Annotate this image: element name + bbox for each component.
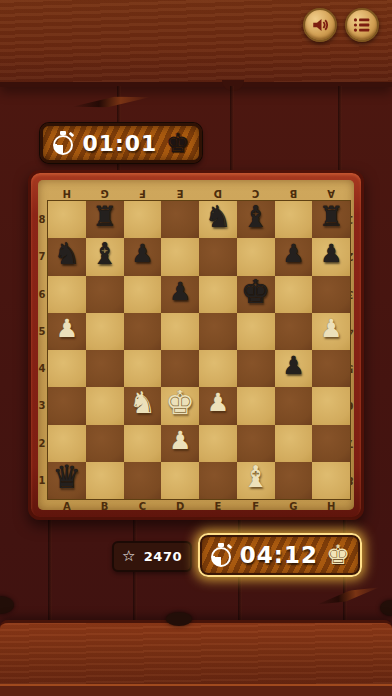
square-d3[interactable]: ♚ [161,387,199,424]
square-b4[interactable] [86,350,124,387]
black-clock-time: 01:01 [82,131,157,156]
piece-black-pawn-g4[interactable]: ♟ [282,353,304,378]
square-f5[interactable] [237,313,275,350]
square-a7[interactable]: ♞ [48,238,86,275]
board-squares: ♜♞♝♜♞♝♟♟♟♟♚♟♟♟♞♚♟♟♛♝ [48,201,350,499]
wood-knot [380,600,392,616]
square-f7[interactable] [237,238,275,275]
square-e4[interactable] [199,350,237,387]
file-label-c: C [237,185,275,199]
piece-white-bishop-f1[interactable]: ♝ [242,462,269,492]
piece-black-knight-e8[interactable]: ♞ [204,202,231,232]
square-d2[interactable]: ♟ [161,425,199,462]
piece-white-pawn-a5[interactable]: ♟ [56,316,78,341]
piece-black-rook-b8[interactable]: ♜ [92,203,117,231]
file-label-c: C [124,501,162,515]
white-clock-panel: 04:12 ♚ [198,533,362,577]
stopwatch-icon [52,131,74,155]
rank-label-6: 6 [37,289,47,300]
white-king-icon: ♚ [326,541,350,568]
rank-label-1: 1 [37,475,47,486]
square-e8[interactable]: ♞ [199,201,237,238]
piece-black-knight-a7[interactable]: ♞ [53,239,80,269]
square-c5[interactable] [124,313,162,350]
sound-button[interactable] [303,8,337,42]
square-c8[interactable] [124,201,162,238]
square-h2[interactable] [312,425,350,462]
square-g4[interactable]: ♟ [275,350,313,387]
rank-label-7: 7 [37,251,47,262]
piece-white-pawn-e3[interactable]: ♟ [207,390,229,415]
rank-label-2: 2 [37,438,47,449]
rank-label-3: 3 [37,400,47,411]
chess-board-frame: ABCDEFGH ABCDEFGH 87654321 87654321 ♜♞♝♜… [28,170,364,520]
rank-label-4: 4 [37,363,47,374]
square-a4[interactable] [48,350,86,387]
wood-scratch [315,580,381,611]
piece-black-bishop-b7[interactable]: ♝ [91,239,118,269]
square-h1[interactable] [312,462,350,499]
square-d6[interactable]: ♟ [161,276,199,313]
speaker-icon [311,16,329,34]
bottom-wood-plank [0,620,392,687]
square-c2[interactable] [124,425,162,462]
square-b7[interactable]: ♝ [86,238,124,275]
square-a6[interactable] [48,276,86,313]
square-f8[interactable]: ♝ [237,201,275,238]
square-d8[interactable] [161,201,199,238]
square-b6[interactable] [86,276,124,313]
square-f2[interactable] [237,425,275,462]
square-c3[interactable]: ♞ [124,387,162,424]
square-e2[interactable] [199,425,237,462]
file-label-f: F [237,501,275,515]
app-root: 01:01 ♚ ABCDEFGH ABCDEFGH 87654321 87654… [0,0,392,696]
top-wood-plank [0,0,392,87]
square-h7[interactable]: ♟ [312,238,350,275]
square-g2[interactable] [275,425,313,462]
square-g8[interactable] [275,201,313,238]
square-a8[interactable] [48,201,86,238]
square-g7[interactable]: ♟ [275,238,313,275]
square-h8[interactable]: ♜ [312,201,350,238]
piece-black-rook-h8[interactable]: ♜ [319,203,344,231]
square-b1[interactable] [86,462,124,499]
piece-black-pawn-h7[interactable]: ♟ [320,241,342,266]
wood-seam [48,520,52,624]
square-f3[interactable] [237,387,275,424]
file-label-h: H [312,501,350,515]
file-labels-bottom: ABCDEFGH [48,501,350,515]
file-labels-top: ABCDEFGH [48,185,350,199]
piece-black-bishop-f8[interactable]: ♝ [242,202,269,232]
wood-seam [230,86,234,172]
square-g5[interactable] [275,313,313,350]
square-e6[interactable] [199,276,237,313]
board-border: ABCDEFGH ABCDEFGH 87654321 87654321 ♜♞♝♜… [38,180,354,510]
square-a1[interactable]: ♛ [48,462,86,499]
piece-black-pawn-d6[interactable]: ♟ [169,279,191,304]
rank-label-5: 5 [37,326,47,337]
square-a2[interactable] [48,425,86,462]
piece-black-pawn-g7[interactable]: ♟ [282,241,304,266]
file-label-a: A [48,501,86,515]
square-h4[interactable] [312,350,350,387]
square-d1[interactable] [161,462,199,499]
file-label-e: E [199,501,237,515]
file-label-b: B [86,501,124,515]
square-c4[interactable] [124,350,162,387]
square-e1[interactable] [199,462,237,499]
square-g1[interactable] [275,462,313,499]
square-c6[interactable] [124,276,162,313]
bottom-wood-strip [0,684,392,696]
stopwatch-icon [210,543,232,567]
square-d7[interactable] [161,238,199,275]
file-label-e: E [161,185,199,199]
file-label-d: D [161,501,199,515]
rank-labels-left: 87654321 [37,201,47,499]
file-label-g: G [86,185,124,199]
square-f6[interactable]: ♚ [237,276,275,313]
wood-knot [0,596,14,614]
square-d5[interactable] [161,313,199,350]
rating-panel: ☆ 2470 [112,541,192,572]
square-g3[interactable] [275,387,313,424]
file-label-f: F [124,185,162,199]
wood-knot [166,612,192,626]
file-label-g: G [275,501,313,515]
square-h6[interactable] [312,276,350,313]
rating-value: 2470 [144,549,182,564]
square-b2[interactable] [86,425,124,462]
square-b3[interactable] [86,387,124,424]
file-label-b: B [275,185,313,199]
piece-black-queen-a1[interactable]: ♛ [53,461,82,493]
wood-scratch [71,90,150,114]
piece-black-pawn-c7[interactable]: ♟ [131,241,153,266]
square-c7[interactable]: ♟ [124,238,162,275]
piece-white-knight-c3[interactable]: ♞ [129,388,156,418]
piece-white-pawn-d2[interactable]: ♟ [169,428,191,453]
square-f4[interactable] [237,350,275,387]
piece-white-pawn-h5[interactable]: ♟ [320,316,342,341]
file-label-d: D [199,185,237,199]
square-g6[interactable] [275,276,313,313]
wood-seam [133,520,137,624]
piece-white-king-d3[interactable]: ♚ [165,386,195,419]
square-e3[interactable]: ♟ [199,387,237,424]
square-f1[interactable]: ♝ [237,462,275,499]
square-b8[interactable]: ♜ [86,201,124,238]
piece-black-king-f6[interactable]: ♚ [241,275,271,308]
rank-label-8: 8 [37,214,47,225]
square-c1[interactable] [124,462,162,499]
file-label-a: A [312,185,350,199]
square-a5[interactable]: ♟ [48,313,86,350]
square-e5[interactable] [199,313,237,350]
black-clock-panel: 01:01 ♚ [40,123,202,163]
file-label-h: H [48,185,86,199]
black-king-icon: ♚ [165,129,189,156]
star-icon: ☆ [122,549,135,564]
square-b5[interactable] [86,313,124,350]
square-e7[interactable] [199,238,237,275]
menu-list-icon [353,17,371,33]
square-h3[interactable] [312,387,350,424]
square-h5[interactable]: ♟ [312,313,350,350]
square-d4[interactable] [161,350,199,387]
white-clock-time: 04:12 [240,542,318,568]
square-a3[interactable] [48,387,86,424]
menu-button[interactable] [345,8,379,42]
wood-seam [338,86,342,172]
